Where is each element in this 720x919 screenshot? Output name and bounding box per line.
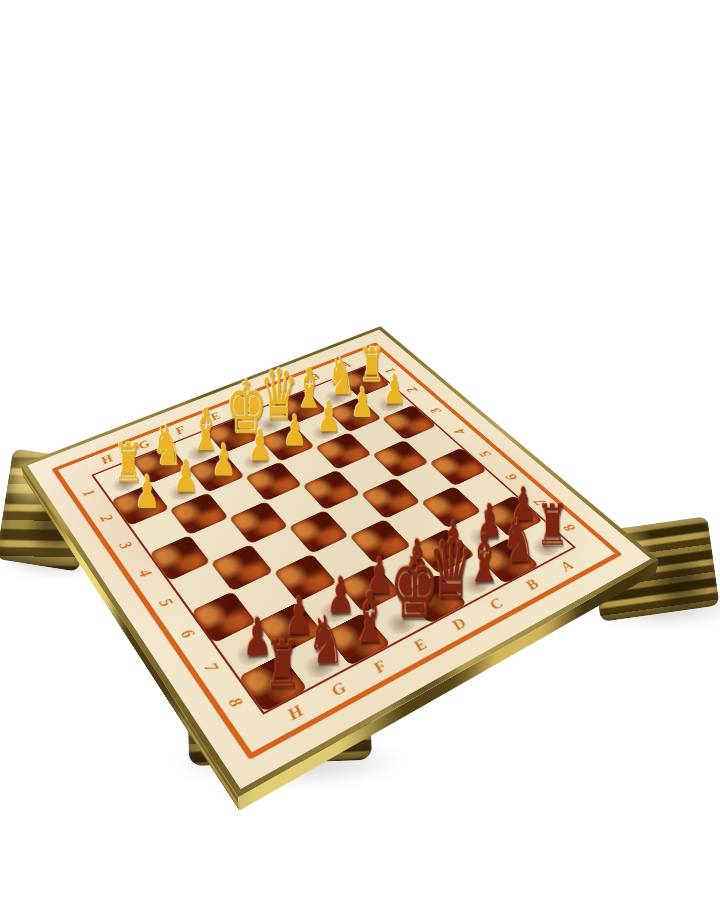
piece-white-pawn: ♟ (132, 470, 163, 513)
piece-black-rook: ♜ (536, 499, 568, 553)
piece-white-pawn: ♟ (280, 410, 309, 451)
piece-black-knight: ♞ (308, 610, 344, 673)
piece-black-knight: ♞ (501, 514, 534, 571)
piece-black-rook: ♜ (265, 634, 302, 695)
piece-white-pawn: ♟ (171, 455, 202, 498)
piece-white-pawn: ♟ (348, 383, 376, 423)
product-photo-stage: HGFEDCBA HGFEDCBA 12345678 12345678 ♜♞♝♚… (0, 0, 720, 919)
board-top-face: HGFEDCBA HGFEDCBA 12345678 12345678 ♜♞♝♚… (21, 326, 659, 797)
piece-black-bishop: ♝ (349, 585, 384, 652)
piece-white-pawn: ♟ (315, 396, 344, 436)
perspective-scene: HGFEDCBA HGFEDCBA 12345678 12345678 ♜♞♝♚… (0, 0, 720, 919)
piece-white-pawn: ♟ (380, 370, 408, 409)
chess-board-slab: HGFEDCBA HGFEDCBA 12345678 12345678 ♜♞♝♚… (21, 326, 659, 797)
piece-black-king: ♚ (389, 545, 424, 630)
piece-white-pawn: ♟ (208, 439, 238, 481)
piece-white-pawn: ♟ (245, 425, 275, 466)
